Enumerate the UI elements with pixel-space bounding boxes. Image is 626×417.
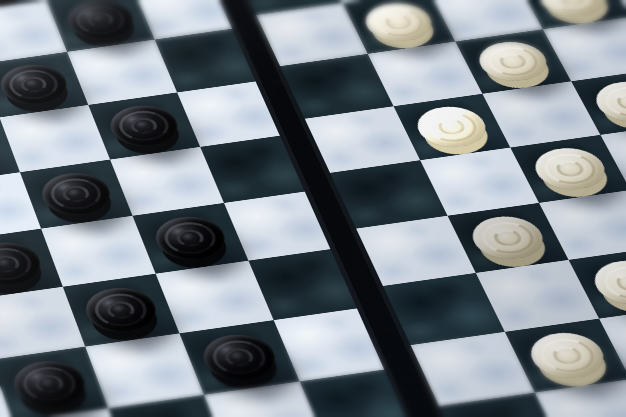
black-checker-piece[interactable] <box>104 102 185 150</box>
checkers-board-photo <box>0 0 626 417</box>
black-checker-piece[interactable] <box>196 330 283 384</box>
black-checker-piece[interactable] <box>79 284 163 337</box>
white-checker-piece[interactable] <box>586 257 626 309</box>
black-checker-piece[interactable] <box>148 213 232 264</box>
black-checker-piece[interactable] <box>0 238 47 289</box>
black-checker-piece[interactable] <box>0 127 5 176</box>
white-checker-piece[interactable] <box>522 329 613 382</box>
white-checker-piece[interactable] <box>527 144 614 193</box>
white-checker-piece[interactable] <box>464 213 551 263</box>
black-checker-piece[interactable] <box>35 169 116 219</box>
white-checker-piece[interactable] <box>410 103 494 151</box>
white-checker-piece[interactable] <box>358 0 439 45</box>
black-checker-piece[interactable] <box>7 357 92 411</box>
white-checker-piece[interactable] <box>588 78 626 126</box>
black-checker-piece[interactable] <box>61 0 139 43</box>
white-checker-piece[interactable] <box>471 38 555 85</box>
white-checker-piece[interactable] <box>531 0 614 20</box>
black-checker-piece[interactable] <box>0 61 73 108</box>
